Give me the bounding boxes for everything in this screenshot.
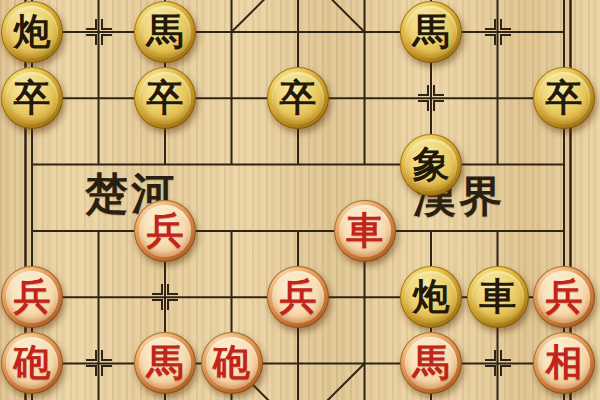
piece-glyph: 卒 — [14, 79, 51, 116]
piece-glyph: 卒 — [546, 79, 583, 116]
point-marker — [86, 350, 112, 376]
piece-red-cannon[interactable]: 砲 — [201, 332, 263, 394]
marker-corner — [167, 299, 178, 310]
piece-glyph: 兵 — [546, 278, 583, 315]
piece-face: 車 — [339, 205, 391, 257]
piece-black-elephant[interactable]: 象 — [400, 134, 462, 196]
piece-glyph: 馬 — [413, 344, 450, 381]
piece-glyph: 卒 — [147, 79, 184, 116]
marker-corner — [433, 85, 444, 96]
piece-glyph: 象 — [413, 146, 450, 183]
piece-black-horse[interactable]: 馬 — [400, 1, 462, 63]
piece-glyph: 車 — [346, 212, 383, 249]
piece-face: 卒 — [272, 72, 324, 124]
marker-corner — [152, 284, 163, 295]
piece-face: 馬 — [139, 337, 191, 389]
marker-corner — [485, 365, 496, 376]
marker-corner — [86, 365, 97, 376]
marker-corner — [500, 350, 511, 361]
piece-face: 炮 — [405, 271, 457, 323]
piece-glyph: 兵 — [14, 278, 51, 315]
piece-red-horse[interactable]: 馬 — [134, 332, 196, 394]
piece-glyph: 兵 — [147, 212, 184, 249]
marker-corner — [101, 365, 112, 376]
piece-face: 馬 — [139, 6, 191, 58]
piece-face: 馬 — [405, 337, 457, 389]
marker-corner — [418, 100, 429, 111]
piece-face: 炮 — [6, 6, 58, 58]
xiangqi-board[interactable]: 炮馬馬卒卒卒卒象兵車兵兵炮車兵砲馬砲馬相 — [0, 0, 597, 397]
piece-face: 卒 — [139, 72, 191, 124]
piece-red-pawn[interactable]: 兵 — [267, 266, 329, 328]
point-marker — [485, 19, 511, 45]
xiangqi-screenshot: { "game": "xiangqi (Chinese chess)", "po… — [0, 0, 600, 400]
marker-corner — [500, 34, 511, 45]
piece-face: 卒 — [538, 72, 590, 124]
piece-glyph: 馬 — [147, 13, 184, 50]
piece-red-chariot[interactable]: 車 — [334, 200, 396, 262]
piece-black-chariot[interactable]: 車 — [467, 266, 529, 328]
piece-red-elephant[interactable]: 相 — [533, 332, 595, 394]
point-marker — [485, 350, 511, 376]
piece-red-pawn[interactable]: 兵 — [533, 266, 595, 328]
piece-glyph: 相 — [546, 344, 583, 381]
marker-corner — [500, 19, 511, 30]
piece-face: 車 — [472, 271, 524, 323]
marker-corner — [485, 34, 496, 45]
point-marker — [152, 284, 178, 310]
piece-face: 兵 — [6, 271, 58, 323]
piece-face: 兵 — [139, 205, 191, 257]
piece-black-horse[interactable]: 馬 — [134, 1, 196, 63]
piece-face: 砲 — [206, 337, 258, 389]
piece-glyph: 炮 — [14, 13, 51, 50]
piece-black-pawn[interactable]: 卒 — [134, 67, 196, 129]
piece-glyph: 砲 — [14, 344, 51, 381]
marker-corner — [167, 284, 178, 295]
marker-corner — [485, 350, 496, 361]
piece-black-pawn[interactable]: 卒 — [1, 67, 63, 129]
piece-face: 卒 — [6, 72, 58, 124]
marker-corner — [433, 100, 444, 111]
piece-face: 象 — [405, 139, 457, 191]
piece-face: 相 — [538, 337, 590, 389]
piece-face: 砲 — [6, 337, 58, 389]
piece-red-pawn[interactable]: 兵 — [134, 200, 196, 262]
marker-corner — [86, 34, 97, 45]
marker-corner — [418, 85, 429, 96]
marker-corner — [86, 19, 97, 30]
piece-black-pawn[interactable]: 卒 — [533, 67, 595, 129]
piece-glyph: 炮 — [413, 278, 450, 315]
piece-glyph: 兵 — [280, 278, 317, 315]
piece-glyph: 卒 — [280, 79, 317, 116]
marker-corner — [500, 365, 511, 376]
piece-black-cannon[interactable]: 炮 — [1, 1, 63, 63]
marker-corner — [152, 299, 163, 310]
piece-red-horse[interactable]: 馬 — [400, 332, 462, 394]
marker-corner — [485, 19, 496, 30]
marker-corner — [101, 350, 112, 361]
piece-red-cannon[interactable]: 砲 — [1, 332, 63, 394]
marker-corner — [101, 19, 112, 30]
piece-glyph: 馬 — [147, 344, 184, 381]
piece-black-cannon[interactable]: 炮 — [400, 266, 462, 328]
piece-face: 兵 — [538, 271, 590, 323]
marker-corner — [86, 350, 97, 361]
marker-corner — [101, 34, 112, 45]
piece-black-pawn[interactable]: 卒 — [267, 67, 329, 129]
piece-glyph: 車 — [479, 278, 516, 315]
piece-red-pawn[interactable]: 兵 — [1, 266, 63, 328]
point-marker — [86, 19, 112, 45]
piece-glyph: 馬 — [413, 13, 450, 50]
piece-face: 兵 — [272, 271, 324, 323]
piece-glyph: 砲 — [213, 344, 250, 381]
point-marker — [418, 85, 444, 111]
piece-face: 馬 — [405, 6, 457, 58]
